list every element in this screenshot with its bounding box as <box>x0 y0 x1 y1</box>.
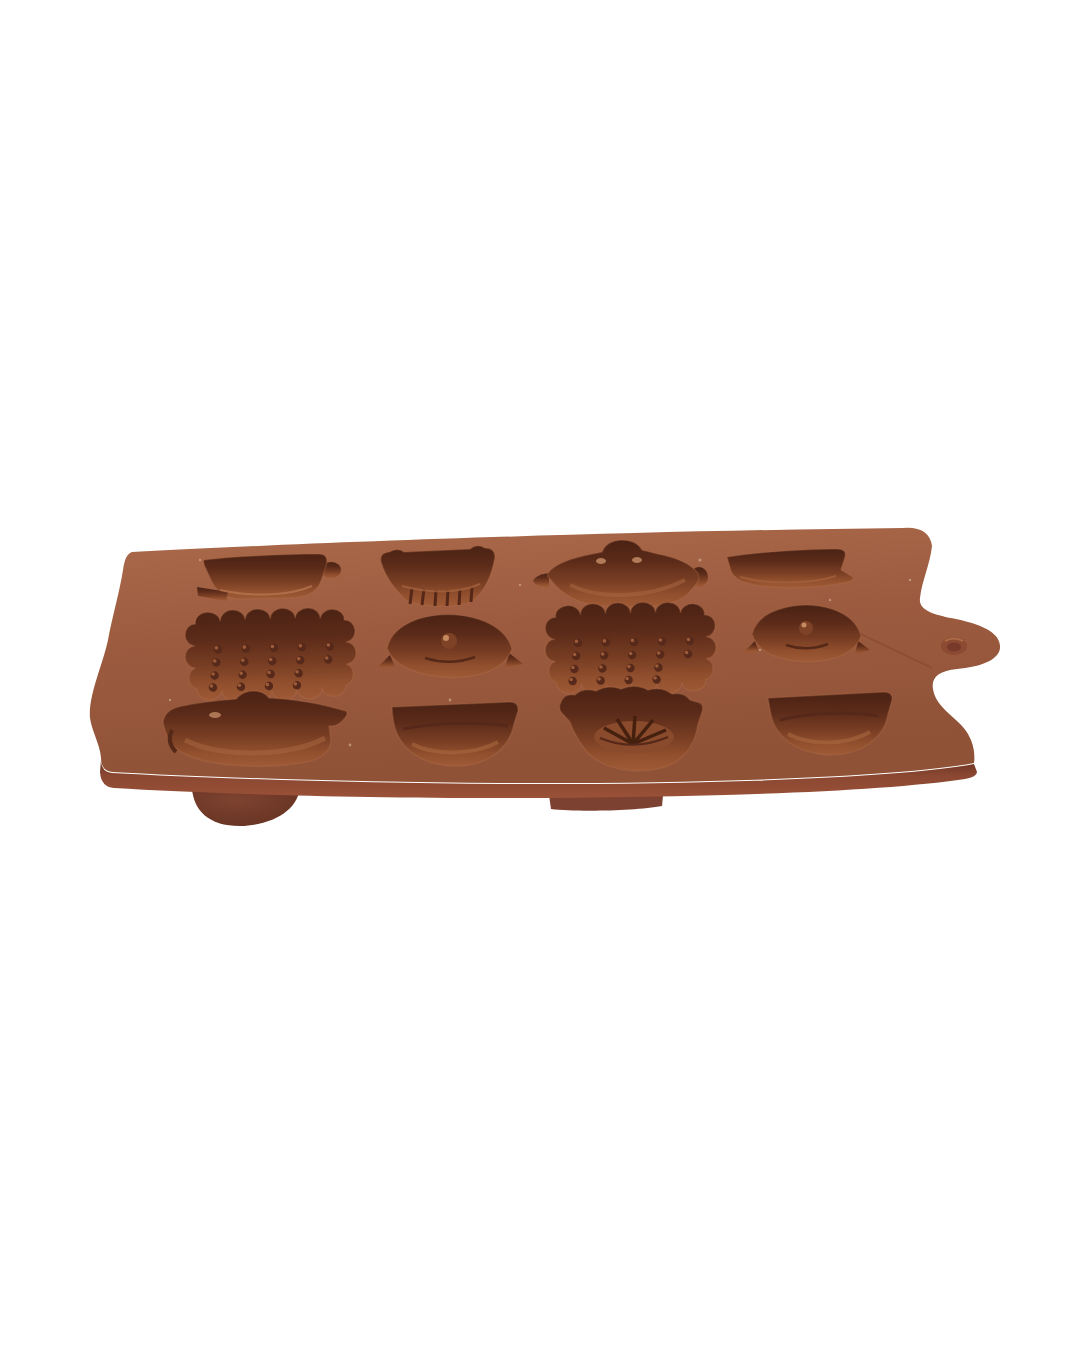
cavity-r2c1-biscuit <box>184 606 357 702</box>
product-photo <box>0 0 1080 1350</box>
chocolate-mould-illustration <box>0 0 1080 1350</box>
mould <box>90 528 1000 826</box>
cavity-r2c3-biscuit <box>544 601 717 696</box>
cavity-r1c4-shallow-teacup <box>727 549 853 588</box>
lid-knob <box>441 633 457 649</box>
lid-knob <box>799 621 813 635</box>
hang-hole <box>941 637 967 655</box>
